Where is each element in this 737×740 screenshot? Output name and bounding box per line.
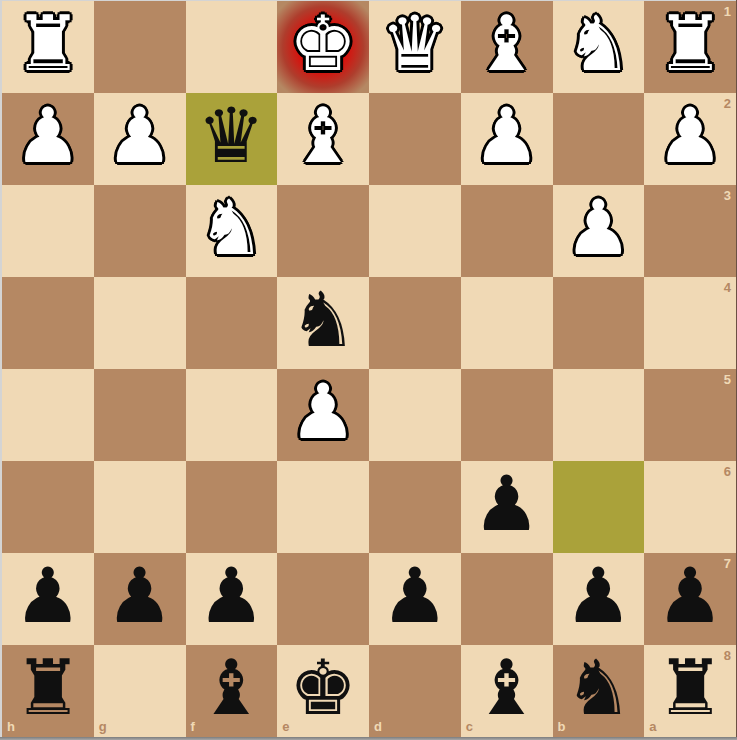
- square-e2[interactable]: ♝: [277, 93, 369, 185]
- white-knight-f3[interactable]: ♞: [197, 190, 265, 266]
- square-a1[interactable]: 1♜: [644, 1, 736, 93]
- square-d2[interactable]: [369, 93, 461, 185]
- square-g2[interactable]: ♟: [94, 93, 186, 185]
- square-b5[interactable]: [553, 369, 645, 461]
- black-king-e8[interactable]: ♚: [289, 650, 357, 726]
- square-e6[interactable]: [277, 461, 369, 553]
- square-e7[interactable]: [277, 553, 369, 645]
- square-h3[interactable]: [2, 185, 94, 277]
- square-d4[interactable]: [369, 277, 461, 369]
- square-f5[interactable]: [186, 369, 278, 461]
- square-c6[interactable]: ♟: [461, 461, 553, 553]
- square-d5[interactable]: [369, 369, 461, 461]
- square-h7[interactable]: ♟: [2, 553, 94, 645]
- square-g1[interactable]: [94, 1, 186, 93]
- white-knight-b1[interactable]: ♞: [564, 6, 632, 82]
- rank-label-8: 8: [724, 649, 731, 662]
- square-b8[interactable]: b♞: [553, 645, 645, 737]
- square-g4[interactable]: [94, 277, 186, 369]
- square-d8[interactable]: d: [369, 645, 461, 737]
- square-f3[interactable]: ♞: [186, 185, 278, 277]
- square-d1[interactable]: ♛: [369, 1, 461, 93]
- white-pawn-a2[interactable]: ♟: [656, 98, 724, 174]
- white-pawn-b3[interactable]: ♟: [564, 190, 632, 266]
- black-pawn-a7[interactable]: ♟: [656, 558, 724, 634]
- white-pawn-c2[interactable]: ♟: [473, 98, 541, 174]
- black-rook-h8[interactable]: ♜: [14, 650, 82, 726]
- square-h8[interactable]: h♜: [2, 645, 94, 737]
- white-pawn-g2[interactable]: ♟: [106, 98, 174, 174]
- square-b1[interactable]: ♞: [553, 1, 645, 93]
- rank-label-4: 4: [724, 281, 731, 294]
- square-h1[interactable]: ♜: [2, 1, 94, 93]
- square-b3[interactable]: ♟: [553, 185, 645, 277]
- white-king-e1[interactable]: ♚: [289, 6, 357, 82]
- square-d6[interactable]: [369, 461, 461, 553]
- square-g7[interactable]: ♟: [94, 553, 186, 645]
- square-d3[interactable]: [369, 185, 461, 277]
- file-label-f: f: [191, 720, 195, 733]
- square-f6[interactable]: [186, 461, 278, 553]
- black-bishop-c8[interactable]: ♝: [473, 650, 541, 726]
- square-e3[interactable]: [277, 185, 369, 277]
- square-a4[interactable]: 4: [644, 277, 736, 369]
- black-bishop-f8[interactable]: ♝: [197, 650, 265, 726]
- white-pawn-h2[interactable]: ♟: [14, 98, 82, 174]
- black-pawn-h7[interactable]: ♟: [14, 558, 82, 634]
- square-c8[interactable]: c♝: [461, 645, 553, 737]
- white-bishop-c1[interactable]: ♝: [473, 6, 541, 82]
- black-rook-a8[interactable]: ♜: [656, 650, 724, 726]
- square-h2[interactable]: ♟: [2, 93, 94, 185]
- file-label-d: d: [374, 720, 382, 733]
- square-h6[interactable]: [2, 461, 94, 553]
- square-c1[interactable]: ♝: [461, 1, 553, 93]
- square-d7[interactable]: ♟: [369, 553, 461, 645]
- rank-label-1: 1: [724, 5, 731, 18]
- square-g5[interactable]: [94, 369, 186, 461]
- square-c5[interactable]: [461, 369, 553, 461]
- white-bishop-e2[interactable]: ♝: [289, 98, 357, 174]
- square-b7[interactable]: ♟: [553, 553, 645, 645]
- square-g6[interactable]: [94, 461, 186, 553]
- rank-label-2: 2: [724, 97, 731, 110]
- square-f7[interactable]: ♟: [186, 553, 278, 645]
- square-e8[interactable]: e♚: [277, 645, 369, 737]
- square-f1[interactable]: [186, 1, 278, 93]
- square-b6[interactable]: [553, 461, 645, 553]
- white-queen-d1[interactable]: ♛: [381, 6, 449, 82]
- square-h5[interactable]: [2, 369, 94, 461]
- square-g3[interactable]: [94, 185, 186, 277]
- square-c4[interactable]: [461, 277, 553, 369]
- rank-label-5: 5: [724, 373, 731, 386]
- square-f2[interactable]: ♛: [186, 93, 278, 185]
- white-rook-h1[interactable]: ♜: [14, 6, 82, 82]
- black-knight-e4[interactable]: ♞: [289, 282, 357, 358]
- chess-board[interactable]: ♜♚♛♝♞1♜♟♟♛♝♟2♟♞♟3♞4♟5♟6♟♟♟♟♟7♟h♜gf♝e♚dc♝…: [2, 1, 736, 737]
- square-f8[interactable]: f♝: [186, 645, 278, 737]
- rank-label-7: 7: [724, 557, 731, 570]
- black-pawn-f7[interactable]: ♟: [197, 558, 265, 634]
- black-pawn-b7[interactable]: ♟: [564, 558, 632, 634]
- square-a7[interactable]: 7♟: [644, 553, 736, 645]
- square-f4[interactable]: [186, 277, 278, 369]
- square-c2[interactable]: ♟: [461, 93, 553, 185]
- square-a5[interactable]: 5: [644, 369, 736, 461]
- black-knight-b8[interactable]: ♞: [564, 650, 632, 726]
- rank-label-3: 3: [724, 189, 731, 202]
- square-e5[interactable]: ♟: [277, 369, 369, 461]
- square-b2[interactable]: [553, 93, 645, 185]
- square-g8[interactable]: g: [94, 645, 186, 737]
- square-a8[interactable]: 8a♜: [644, 645, 736, 737]
- square-a2[interactable]: 2♟: [644, 93, 736, 185]
- black-pawn-c6[interactable]: ♟: [473, 466, 541, 542]
- square-a3[interactable]: 3: [644, 185, 736, 277]
- chess-board-frame: ♜♚♛♝♞1♜♟♟♛♝♟2♟♞♟3♞4♟5♟6♟♟♟♟♟7♟h♜gf♝e♚dc♝…: [2, 1, 736, 737]
- square-c3[interactable]: [461, 185, 553, 277]
- rank-label-6: 6: [724, 465, 731, 478]
- square-c7[interactable]: [461, 553, 553, 645]
- square-h4[interactable]: [2, 277, 94, 369]
- square-a6[interactable]: 6: [644, 461, 736, 553]
- black-pawn-d7[interactable]: ♟: [381, 558, 449, 634]
- file-label-g: g: [99, 720, 107, 733]
- white-pawn-e5[interactable]: ♟: [289, 374, 357, 450]
- square-e1[interactable]: ♚: [277, 1, 369, 93]
- black-pawn-g7[interactable]: ♟: [106, 558, 174, 634]
- square-b4[interactable]: [553, 277, 645, 369]
- white-rook-a1[interactable]: ♜: [656, 6, 724, 82]
- black-queen-f2[interactable]: ♛: [197, 98, 265, 174]
- square-e4[interactable]: ♞: [277, 277, 369, 369]
